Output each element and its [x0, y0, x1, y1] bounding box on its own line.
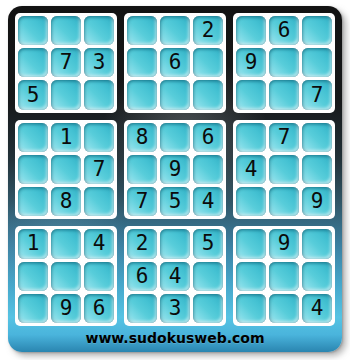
cell-r5c4-empty[interactable]	[127, 155, 157, 184]
cell-r3c5-empty[interactable]	[160, 80, 190, 109]
cell-r2c4-empty[interactable]	[127, 48, 157, 77]
cell-r1c3-empty[interactable]	[84, 16, 114, 45]
block-5: 869754	[124, 120, 226, 220]
site-url[interactable]: www.sudokusweb.com	[8, 328, 342, 348]
cell-r9c1-empty[interactable]	[18, 294, 48, 323]
sudoku-plaque: 7352669717886975474914962564394 www.sudo…	[8, 6, 342, 352]
cell-r7c2-empty[interactable]	[51, 229, 81, 258]
cell-r1c2-empty[interactable]	[51, 16, 81, 45]
cell-r8c8-empty[interactable]	[269, 262, 299, 291]
cell-r8c1-empty[interactable]	[18, 262, 48, 291]
cell-r2c1-empty[interactable]	[18, 48, 48, 77]
cell-r5c3-given[interactable]: 7	[84, 155, 114, 184]
block-1: 735	[15, 13, 117, 113]
cell-r7c8-given[interactable]: 9	[269, 229, 299, 258]
block-8: 25643	[124, 226, 226, 326]
cell-r5c2-empty[interactable]	[51, 155, 81, 184]
cell-r7c4-given[interactable]: 2	[127, 229, 157, 258]
cell-r6c8-empty[interactable]	[269, 187, 299, 216]
cell-r8c7-empty[interactable]	[236, 262, 266, 291]
cell-r8c2-empty[interactable]	[51, 262, 81, 291]
block-4: 178	[15, 120, 117, 220]
cell-r1c9-empty[interactable]	[302, 16, 332, 45]
cell-r4c8-given[interactable]: 7	[269, 123, 299, 152]
cell-r8c3-empty[interactable]	[84, 262, 114, 291]
block-9: 94	[233, 226, 335, 326]
cell-r2c3-given[interactable]: 3	[84, 48, 114, 77]
cell-r4c7-empty[interactable]	[236, 123, 266, 152]
cell-r4c4-given[interactable]: 8	[127, 123, 157, 152]
cell-r9c8-empty[interactable]	[269, 294, 299, 323]
cell-r1c4-empty[interactable]	[127, 16, 157, 45]
cell-r6c4-given[interactable]: 7	[127, 187, 157, 216]
cell-r2c5-given[interactable]: 6	[160, 48, 190, 77]
block-3: 697	[233, 13, 335, 113]
cell-r6c2-given[interactable]: 8	[51, 187, 81, 216]
cell-r6c6-given[interactable]: 4	[193, 187, 223, 216]
cell-r2c8-empty[interactable]	[269, 48, 299, 77]
cell-r9c7-empty[interactable]	[236, 294, 266, 323]
cell-r8c9-empty[interactable]	[302, 262, 332, 291]
cell-r9c2-given[interactable]: 9	[51, 294, 81, 323]
cell-r1c1-empty[interactable]	[18, 16, 48, 45]
cell-r3c9-given[interactable]: 7	[302, 80, 332, 109]
cell-r6c7-empty[interactable]	[236, 187, 266, 216]
cell-r4c5-empty[interactable]	[160, 123, 190, 152]
block-6: 749	[233, 120, 335, 220]
cell-r4c3-empty[interactable]	[84, 123, 114, 152]
cell-r2c7-given[interactable]: 9	[236, 48, 266, 77]
cell-r2c9-empty[interactable]	[302, 48, 332, 77]
sudoku-board: 7352669717886975474914962564394	[15, 13, 335, 326]
cell-r8c6-empty[interactable]	[193, 262, 223, 291]
cell-r3c4-empty[interactable]	[127, 80, 157, 109]
cell-r5c9-empty[interactable]	[302, 155, 332, 184]
cell-r4c1-empty[interactable]	[18, 123, 48, 152]
cell-r7c9-empty[interactable]	[302, 229, 332, 258]
cell-r9c6-empty[interactable]	[193, 294, 223, 323]
cell-r2c6-empty[interactable]	[193, 48, 223, 77]
cell-r4c9-empty[interactable]	[302, 123, 332, 152]
cell-r7c3-given[interactable]: 4	[84, 229, 114, 258]
cell-r2c2-given[interactable]: 7	[51, 48, 81, 77]
cell-r3c3-empty[interactable]	[84, 80, 114, 109]
cell-r9c4-empty[interactable]	[127, 294, 157, 323]
cell-r7c5-empty[interactable]	[160, 229, 190, 258]
cell-r9c3-given[interactable]: 6	[84, 294, 114, 323]
cell-r6c3-empty[interactable]	[84, 187, 114, 216]
cell-r5c5-given[interactable]: 9	[160, 155, 190, 184]
cell-r1c6-given[interactable]: 2	[193, 16, 223, 45]
cell-r6c9-given[interactable]: 9	[302, 187, 332, 216]
cell-r5c6-empty[interactable]	[193, 155, 223, 184]
cell-r3c2-empty[interactable]	[51, 80, 81, 109]
cell-r1c7-empty[interactable]	[236, 16, 266, 45]
block-7: 1496	[15, 226, 117, 326]
cell-r4c6-given[interactable]: 6	[193, 123, 223, 152]
cell-r5c7-given[interactable]: 4	[236, 155, 266, 184]
cell-r3c6-empty[interactable]	[193, 80, 223, 109]
cell-r8c4-given[interactable]: 6	[127, 262, 157, 291]
cell-r1c5-empty[interactable]	[160, 16, 190, 45]
sudoku-page: 7352669717886975474914962564394 www.sudo…	[0, 0, 350, 360]
cell-r3c7-empty[interactable]	[236, 80, 266, 109]
cell-r8c5-given[interactable]: 4	[160, 262, 190, 291]
cell-r7c1-given[interactable]: 1	[18, 229, 48, 258]
cell-r9c9-given[interactable]: 4	[302, 294, 332, 323]
cell-r3c8-empty[interactable]	[269, 80, 299, 109]
cell-r6c1-empty[interactable]	[18, 187, 48, 216]
block-2: 26	[124, 13, 226, 113]
cell-r5c1-empty[interactable]	[18, 155, 48, 184]
cell-r1c8-given[interactable]: 6	[269, 16, 299, 45]
cell-r7c7-empty[interactable]	[236, 229, 266, 258]
cell-r5c8-empty[interactable]	[269, 155, 299, 184]
cell-r9c5-given[interactable]: 3	[160, 294, 190, 323]
cell-r6c5-given[interactable]: 5	[160, 187, 190, 216]
cell-r3c1-given[interactable]: 5	[18, 80, 48, 109]
cell-r7c6-given[interactable]: 5	[193, 229, 223, 258]
cell-r4c2-given[interactable]: 1	[51, 123, 81, 152]
